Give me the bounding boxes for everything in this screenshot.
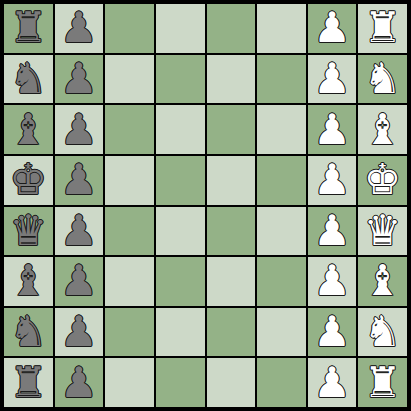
square-a5[interactable]: ♚ <box>4 156 53 205</box>
square-e8[interactable] <box>207 4 256 53</box>
piece-black-pawn: ♟ <box>60 311 98 353</box>
square-h1[interactable]: ♜ <box>358 358 407 407</box>
square-c7[interactable] <box>105 55 154 104</box>
square-b1[interactable]: ♟ <box>55 358 104 407</box>
square-a1[interactable]: ♜ <box>4 358 53 407</box>
square-e7[interactable] <box>207 55 256 104</box>
piece-white-pawn: ♟ <box>313 260 351 302</box>
piece-white-queen: ♛ <box>364 210 402 252</box>
piece-black-pawn: ♟ <box>60 58 98 100</box>
piece-black-bishop: ♝ <box>9 109 47 151</box>
piece-black-bishop: ♝ <box>9 260 47 302</box>
square-a8[interactable]: ♜ <box>4 4 53 53</box>
piece-white-pawn: ♟ <box>313 109 351 151</box>
square-f4[interactable] <box>257 207 306 256</box>
piece-white-rook: ♜ <box>364 362 402 404</box>
square-f6[interactable] <box>257 105 306 154</box>
square-c4[interactable] <box>105 207 154 256</box>
piece-black-king: ♚ <box>9 159 47 201</box>
piece-black-rook: ♜ <box>9 362 47 404</box>
piece-white-bishop: ♝ <box>364 109 402 151</box>
square-e2[interactable] <box>207 308 256 357</box>
square-g6[interactable]: ♟ <box>308 105 357 154</box>
piece-white-rook: ♜ <box>364 7 402 49</box>
square-b6[interactable]: ♟ <box>55 105 104 154</box>
piece-black-knight: ♞ <box>9 311 47 353</box>
square-e1[interactable] <box>207 358 256 407</box>
square-h3[interactable]: ♝ <box>358 257 407 306</box>
square-a4[interactable]: ♛ <box>4 207 53 256</box>
square-d6[interactable] <box>156 105 205 154</box>
piece-black-knight: ♞ <box>9 58 47 100</box>
square-d1[interactable] <box>156 358 205 407</box>
square-c8[interactable] <box>105 4 154 53</box>
square-a2[interactable]: ♞ <box>4 308 53 357</box>
square-f2[interactable] <box>257 308 306 357</box>
piece-black-pawn: ♟ <box>60 109 98 151</box>
piece-black-pawn: ♟ <box>60 7 98 49</box>
piece-black-pawn: ♟ <box>60 362 98 404</box>
square-c6[interactable] <box>105 105 154 154</box>
square-h8[interactable]: ♜ <box>358 4 407 53</box>
piece-black-rook: ♜ <box>9 7 47 49</box>
piece-white-king: ♚ <box>364 159 402 201</box>
square-d8[interactable] <box>156 4 205 53</box>
piece-white-pawn: ♟ <box>313 311 351 353</box>
square-b2[interactable]: ♟ <box>55 308 104 357</box>
square-d4[interactable] <box>156 207 205 256</box>
square-e4[interactable] <box>207 207 256 256</box>
square-e5[interactable] <box>207 156 256 205</box>
square-c3[interactable] <box>105 257 154 306</box>
square-g5[interactable]: ♟ <box>308 156 357 205</box>
piece-white-knight: ♞ <box>364 311 402 353</box>
piece-black-pawn: ♟ <box>60 210 98 252</box>
square-d2[interactable] <box>156 308 205 357</box>
square-b4[interactable]: ♟ <box>55 207 104 256</box>
square-f5[interactable] <box>257 156 306 205</box>
square-g1[interactable]: ♟ <box>308 358 357 407</box>
square-b3[interactable]: ♟ <box>55 257 104 306</box>
square-h4[interactable]: ♛ <box>358 207 407 256</box>
square-f7[interactable] <box>257 55 306 104</box>
piece-white-knight: ♞ <box>364 58 402 100</box>
square-g7[interactable]: ♟ <box>308 55 357 104</box>
square-b8[interactable]: ♟ <box>55 4 104 53</box>
square-f1[interactable] <box>257 358 306 407</box>
square-g8[interactable]: ♟ <box>308 4 357 53</box>
chess-board: ♜♟♟♜♞♟♟♞♝♟♟♝♚♟♟♚♛♟♟♛♝♟♟♝♞♟♟♞♜♟♟♜ <box>0 0 411 411</box>
chess-board-container: ♜♟♟♜♞♟♟♞♝♟♟♝♚♟♟♚♛♟♟♛♝♟♟♝♞♟♟♞♜♟♟♜ <box>0 0 411 411</box>
square-g4[interactable]: ♟ <box>308 207 357 256</box>
piece-white-pawn: ♟ <box>313 362 351 404</box>
piece-white-pawn: ♟ <box>313 210 351 252</box>
piece-white-pawn: ♟ <box>313 7 351 49</box>
square-e6[interactable] <box>207 105 256 154</box>
square-b5[interactable]: ♟ <box>55 156 104 205</box>
piece-black-pawn: ♟ <box>60 260 98 302</box>
square-c2[interactable] <box>105 308 154 357</box>
square-a7[interactable]: ♞ <box>4 55 53 104</box>
square-a6[interactable]: ♝ <box>4 105 53 154</box>
square-d5[interactable] <box>156 156 205 205</box>
piece-white-pawn: ♟ <box>313 58 351 100</box>
piece-black-queen: ♛ <box>9 210 47 252</box>
square-g2[interactable]: ♟ <box>308 308 357 357</box>
square-e3[interactable] <box>207 257 256 306</box>
piece-white-bishop: ♝ <box>364 260 402 302</box>
square-d7[interactable] <box>156 55 205 104</box>
square-f8[interactable] <box>257 4 306 53</box>
square-c1[interactable] <box>105 358 154 407</box>
square-h5[interactable]: ♚ <box>358 156 407 205</box>
square-c5[interactable] <box>105 156 154 205</box>
square-h2[interactable]: ♞ <box>358 308 407 357</box>
square-b7[interactable]: ♟ <box>55 55 104 104</box>
piece-white-pawn: ♟ <box>313 159 351 201</box>
square-h6[interactable]: ♝ <box>358 105 407 154</box>
piece-black-pawn: ♟ <box>60 159 98 201</box>
square-f3[interactable] <box>257 257 306 306</box>
square-h7[interactable]: ♞ <box>358 55 407 104</box>
square-d3[interactable] <box>156 257 205 306</box>
square-a3[interactable]: ♝ <box>4 257 53 306</box>
square-g3[interactable]: ♟ <box>308 257 357 306</box>
